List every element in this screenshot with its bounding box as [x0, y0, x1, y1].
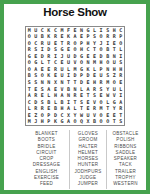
puzzle-title: Horse Show [4, 6, 146, 18]
word-list-column-3: OBSTACLEPOLISHRIBBONSSADDLESPEAKERTACKTR… [106, 130, 144, 189]
word-list-item: FEED [24, 181, 69, 187]
word-list-item: JUMPER [70, 181, 106, 187]
word-list-column-2: GLOVESGROOMHALTERHELMETHORSESHUNTERJODHP… [69, 130, 106, 189]
word-list: BLANKETBOOTSBRIDLECIRCUITCROPDRESSAGEENG… [24, 130, 144, 189]
word-list-item: WESTERN [107, 181, 144, 187]
word-search-grid: MUCKCMFENGLISHCOUBKREKAEPSORRPOCRUETROPH… [25, 26, 125, 126]
word-list-column-1: BLANKETBOOTSBRIDLECIRCUITCROPDRESSAGEENG… [24, 130, 69, 189]
grid-cell: S [117, 118, 124, 125]
puzzle-page: Horse Show MUCKCMFENGLISHCOUBKREKAEPSORR… [0, 0, 150, 194]
